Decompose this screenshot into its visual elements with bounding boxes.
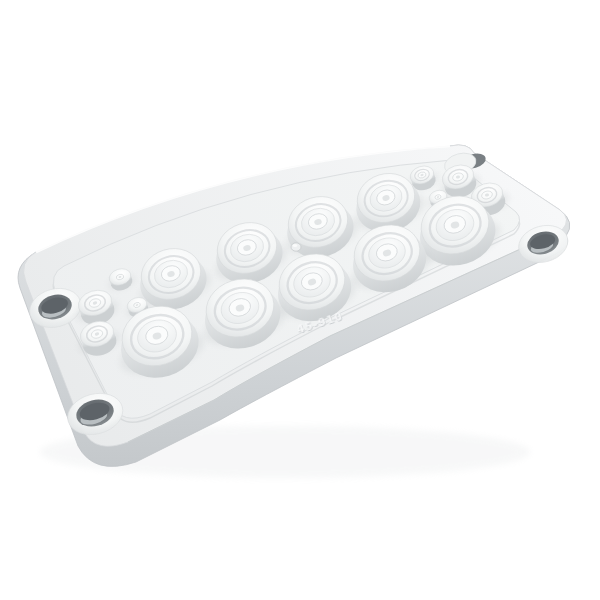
photo-canvas: 45-91045-910 (0, 0, 600, 600)
membrane-gland-plate-photo: 45-91045-910 (0, 0, 600, 600)
mold-nub (291, 243, 301, 251)
